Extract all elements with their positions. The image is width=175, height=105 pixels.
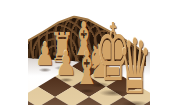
chess-piece-pawn-front: ♟ xyxy=(56,46,77,80)
photo-area: ♟♜♟♝♝♞♚♛ xyxy=(28,12,150,105)
chess-piece-pawn-left: ♟ xyxy=(35,39,54,71)
chess-piece-queen: ♛ xyxy=(118,28,150,104)
product-photo-chess-set[interactable]: ♟♜♟♝♝♞♚♛ xyxy=(0,0,175,105)
pieces-layer: ♟♜♟♝♝♞♚♛ xyxy=(28,12,150,105)
